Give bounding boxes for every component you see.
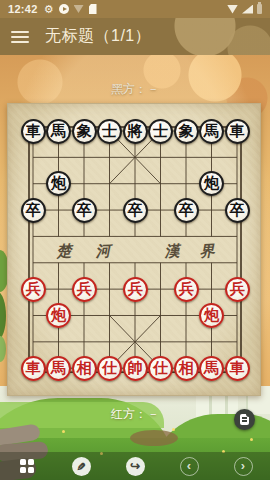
piece-black-elephant[interactable]: 象 (174, 119, 199, 144)
edit-pencil-button[interactable]: ✎ (72, 457, 91, 476)
pencil-icon: ✎ (75, 461, 88, 470)
piece-red-soldier[interactable]: 兵 (123, 277, 148, 302)
piece-red-cannon[interactable]: 炮 (199, 303, 224, 328)
piece-red-chariot[interactable]: 車 (225, 356, 250, 381)
flower-dot (172, 428, 175, 431)
piece-glyph: 車 (26, 124, 41, 139)
black-side-label: 黑方：－ (0, 81, 270, 98)
next-move-button[interactable]: › (234, 457, 253, 476)
piece-black-general[interactable]: 將 (123, 119, 148, 144)
river-text: 漢 (162, 241, 183, 261)
board-grid (7, 103, 261, 396)
piece-glyph: 炮 (51, 308, 66, 323)
header: 12:42 ⚙ 无标题（1/1） (0, 0, 270, 55)
piece-glyph: 仕 (102, 361, 117, 376)
piece-red-soldier[interactable]: 兵 (21, 277, 46, 302)
piece-glyph: 象 (77, 124, 92, 139)
piece-black-advisor[interactable]: 士 (148, 119, 173, 144)
gear-icon: ⚙ (44, 4, 54, 15)
piece-glyph: 車 (230, 124, 245, 139)
piece-red-soldier[interactable]: 兵 (72, 277, 97, 302)
apps-grid-icon[interactable] (20, 459, 34, 473)
piece-red-soldier[interactable]: 兵 (174, 277, 199, 302)
river-text: 楚 (54, 241, 75, 261)
piece-red-elephant[interactable]: 相 (72, 356, 97, 381)
piece-glyph: 相 (77, 361, 92, 376)
piece-black-soldier[interactable]: 卒 (72, 198, 97, 223)
piece-black-chariot[interactable]: 車 (21, 119, 46, 144)
notes-fab-button[interactable] (234, 409, 255, 430)
piece-black-horse[interactable]: 馬 (199, 119, 224, 144)
river-text: 河 (93, 241, 114, 261)
piece-black-soldier[interactable]: 卒 (225, 198, 250, 223)
piece-black-soldier[interactable]: 卒 (174, 198, 199, 223)
status-right-icons (227, 4, 262, 14)
piece-glyph: 帥 (128, 361, 143, 376)
dirt-patch (130, 430, 178, 446)
signal-icon (242, 5, 253, 14)
piece-glyph: 馬 (204, 361, 219, 376)
piece-red-advisor[interactable]: 仕 (97, 356, 122, 381)
xiangqi-board[interactable]: 車馬象士將士象馬車炮炮卒卒卒卒卒兵兵兵兵兵炮炮車馬相仕帥仕相馬車楚河漢界 (7, 103, 261, 396)
piece-red-horse[interactable]: 馬 (199, 356, 224, 381)
bottom-toolbar: ✎ ↪ ‹ › (0, 452, 270, 480)
piece-glyph: 仕 (153, 361, 168, 376)
piece-glyph: 兵 (230, 282, 245, 297)
piece-glyph: 相 (179, 361, 194, 376)
piece-glyph: 兵 (26, 282, 41, 297)
piece-glyph: 炮 (204, 176, 219, 191)
piece-glyph: 馬 (51, 124, 66, 139)
piece-glyph: 兵 (77, 282, 92, 297)
piece-red-chariot[interactable]: 車 (21, 356, 46, 381)
app-bar: 无标题（1/1） (0, 18, 270, 55)
piece-glyph: 卒 (77, 203, 92, 218)
piece-glyph: 馬 (51, 361, 66, 376)
piece-red-horse[interactable]: 馬 (46, 356, 71, 381)
piece-red-advisor[interactable]: 仕 (148, 356, 173, 381)
piece-glyph: 卒 (26, 203, 41, 218)
piece-black-soldier[interactable]: 卒 (123, 198, 148, 223)
piece-glyph: 炮 (204, 308, 219, 323)
piece-glyph: 象 (179, 124, 194, 139)
piece-glyph: 車 (230, 361, 245, 376)
piece-glyph: 車 (26, 361, 41, 376)
piece-glyph: 卒 (128, 203, 143, 218)
river-text: 界 (197, 241, 218, 261)
memo-icon (240, 414, 249, 425)
piece-black-elephant[interactable]: 象 (72, 119, 97, 144)
piece-glyph: 兵 (128, 282, 143, 297)
chevron-left-icon: ‹ (187, 458, 191, 473)
redo-icon: ↪ (130, 459, 140, 473)
piece-glyph: 將 (128, 124, 143, 139)
flower-dot (250, 438, 253, 441)
status-bar: 12:42 ⚙ (0, 0, 270, 18)
piece-red-elephant[interactable]: 相 (174, 356, 199, 381)
flower-dot (62, 430, 65, 433)
piece-red-general[interactable]: 帥 (123, 356, 148, 381)
piece-glyph: 卒 (179, 203, 194, 218)
piece-glyph: 馬 (204, 124, 219, 139)
piece-black-horse[interactable]: 馬 (46, 119, 71, 144)
page-title: 无标题（1/1） (45, 26, 151, 47)
redo-arrow-button[interactable]: ↪ (126, 457, 145, 476)
piece-glyph: 兵 (179, 282, 194, 297)
piece-glyph: 炮 (51, 176, 66, 191)
piece-red-cannon[interactable]: 炮 (46, 303, 71, 328)
sim-icon (89, 4, 97, 14)
piece-glyph: 卒 (230, 203, 245, 218)
app-screen: 12:42 ⚙ 无标题（1/1） 黑方：－ 红方：－ 車馬象士將士象馬車炮炮卒卒… (0, 0, 270, 480)
wifi-weak-icon (74, 5, 84, 13)
piece-black-chariot[interactable]: 車 (225, 119, 250, 144)
play-circle-icon (59, 4, 69, 14)
piece-black-advisor[interactable]: 士 (97, 119, 122, 144)
piece-black-soldier[interactable]: 卒 (21, 198, 46, 223)
wifi-icon (227, 5, 238, 14)
chevron-right-icon: › (241, 458, 245, 473)
prev-move-button[interactable]: ‹ (180, 457, 199, 476)
piece-glyph: 士 (153, 124, 168, 139)
battery-icon (257, 4, 262, 14)
clock: 12:42 (8, 3, 38, 15)
piece-red-soldier[interactable]: 兵 (225, 277, 250, 302)
hamburger-menu-icon[interactable] (11, 31, 29, 43)
piece-glyph: 士 (102, 124, 117, 139)
red-side-label: 红方：－ (0, 406, 270, 423)
